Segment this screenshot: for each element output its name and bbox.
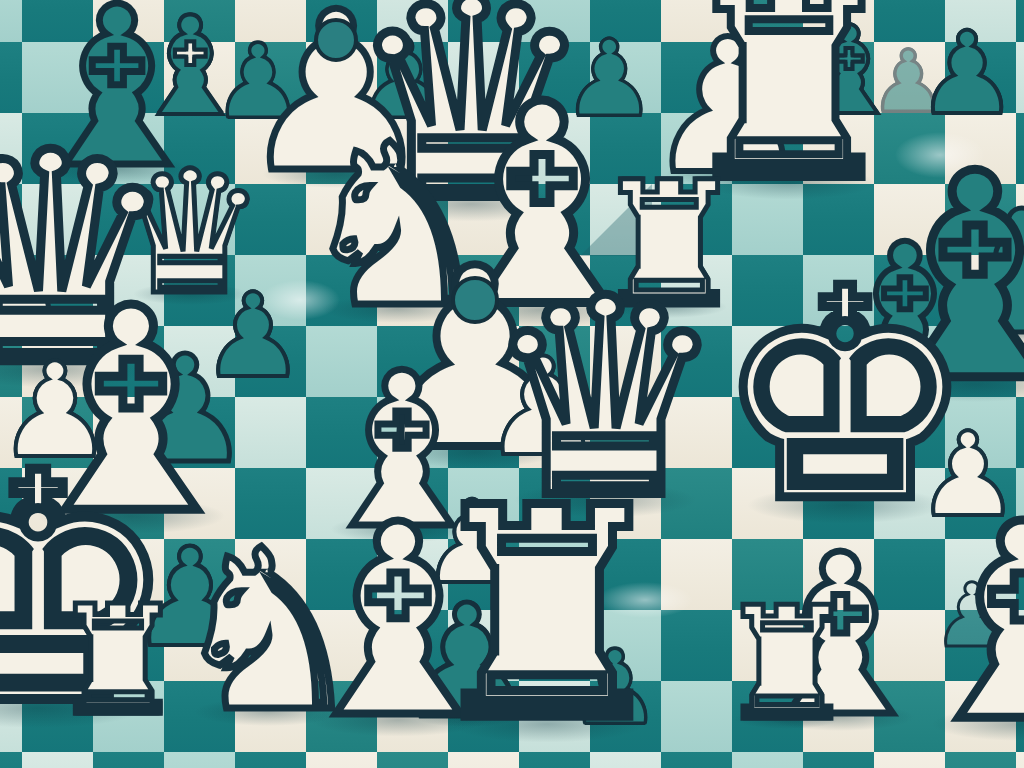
chessboard-illustration: ♟♝♟♝♟♟♟♝♟♟♜♛♛♜♞♝♟♟♛♟♝♝♟♟♟♟♛♚♟♝♝♟♟♟♚♞♜♟♝♜… xyxy=(0,0,1024,768)
piece-bishop-white[interactable]: ♝ xyxy=(901,489,1024,759)
piece-rook-white[interactable]: ♜ xyxy=(50,586,185,737)
piece-rook-white[interactable]: ♜ xyxy=(717,586,857,742)
piece-rook-white[interactable]: ♜ xyxy=(417,470,678,761)
